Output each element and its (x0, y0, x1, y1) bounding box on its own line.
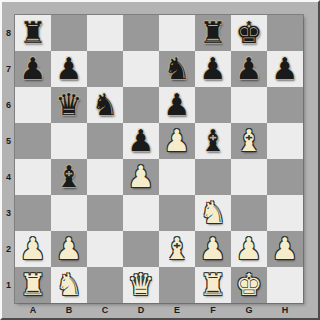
square-f7[interactable]: ♟ (195, 51, 231, 87)
file-label-c: C (87, 303, 123, 317)
square-f2[interactable]: ♟ (195, 231, 231, 267)
white-knight-piece[interactable]: ♞ (200, 195, 227, 231)
black-pawn-piece[interactable]: ♟ (164, 87, 191, 123)
square-d4[interactable]: ♟ (123, 159, 159, 195)
square-f3[interactable]: ♞ (195, 195, 231, 231)
rank-label-6: 6 (2, 87, 15, 123)
white-pawn-piece[interactable]: ♟ (236, 231, 263, 267)
square-f8[interactable]: ♜ (195, 15, 231, 51)
square-c8[interactable] (87, 15, 123, 51)
white-pawn-piece[interactable]: ♟ (200, 231, 227, 267)
black-bishop-piece[interactable]: ♝ (56, 159, 83, 195)
square-g6[interactable] (231, 87, 267, 123)
chess-board: ♜♜♚♟♟♞♟♟♟♛♞♟♟♟♝♝♝♟♞♟♟♝♟♟♟♜♞♛♜♚ (15, 15, 303, 303)
file-label-a: A (15, 303, 51, 317)
black-knight-piece[interactable]: ♞ (164, 51, 191, 87)
square-h7[interactable]: ♟ (267, 51, 303, 87)
square-a7[interactable]: ♟ (15, 51, 51, 87)
square-h5[interactable] (267, 123, 303, 159)
square-c5[interactable] (87, 123, 123, 159)
black-king-piece[interactable]: ♚ (236, 15, 263, 51)
square-e8[interactable] (159, 15, 195, 51)
square-d7[interactable] (123, 51, 159, 87)
square-a2[interactable]: ♟ (15, 231, 51, 267)
square-c3[interactable] (87, 195, 123, 231)
square-g2[interactable]: ♟ (231, 231, 267, 267)
square-g3[interactable] (231, 195, 267, 231)
rank-label-4: 4 (2, 159, 15, 195)
square-g8[interactable]: ♚ (231, 15, 267, 51)
white-rook-piece[interactable]: ♜ (200, 267, 227, 303)
square-d5[interactable]: ♟ (123, 123, 159, 159)
rank-label-5: 5 (2, 123, 15, 159)
white-pawn-piece[interactable]: ♟ (128, 159, 155, 195)
square-e4[interactable] (159, 159, 195, 195)
square-b7[interactable]: ♟ (51, 51, 87, 87)
square-d2[interactable] (123, 231, 159, 267)
square-f5[interactable]: ♝ (195, 123, 231, 159)
square-h3[interactable] (267, 195, 303, 231)
square-b1[interactable]: ♞ (51, 267, 87, 303)
square-h4[interactable] (267, 159, 303, 195)
square-b3[interactable] (51, 195, 87, 231)
black-pawn-piece[interactable]: ♟ (128, 123, 155, 159)
black-pawn-piece[interactable]: ♟ (200, 51, 227, 87)
rank-label-3: 3 (2, 195, 15, 231)
white-pawn-piece[interactable]: ♟ (272, 231, 299, 267)
square-h2[interactable]: ♟ (267, 231, 303, 267)
rank-label-7: 7 (2, 51, 15, 87)
rank-label-1: 1 (2, 267, 15, 303)
square-a1[interactable]: ♜ (15, 267, 51, 303)
square-d8[interactable] (123, 15, 159, 51)
square-f4[interactable] (195, 159, 231, 195)
white-rook-piece[interactable]: ♜ (20, 267, 47, 303)
square-a8[interactable]: ♜ (15, 15, 51, 51)
white-knight-piece[interactable]: ♞ (56, 267, 83, 303)
square-b5[interactable] (51, 123, 87, 159)
square-a4[interactable] (15, 159, 51, 195)
square-h6[interactable] (267, 87, 303, 123)
board-frame: ♜♜♚♟♟♞♟♟♟♛♞♟♟♟♝♝♝♟♞♟♟♝♟♟♟♜♞♛♜♚ 87654321 … (0, 0, 320, 320)
square-e2[interactable]: ♝ (159, 231, 195, 267)
square-h1[interactable] (267, 267, 303, 303)
square-c2[interactable] (87, 231, 123, 267)
square-e7[interactable]: ♞ (159, 51, 195, 87)
square-g4[interactable] (231, 159, 267, 195)
square-a6[interactable] (15, 87, 51, 123)
square-d1[interactable]: ♛ (123, 267, 159, 303)
white-pawn-piece[interactable]: ♟ (164, 123, 191, 159)
file-label-f: F (195, 303, 231, 317)
square-e5[interactable]: ♟ (159, 123, 195, 159)
square-c4[interactable] (87, 159, 123, 195)
square-a5[interactable] (15, 123, 51, 159)
black-pawn-piece[interactable]: ♟ (272, 51, 299, 87)
file-label-e: E (159, 303, 195, 317)
white-bishop-piece[interactable]: ♝ (164, 231, 191, 267)
black-knight-piece[interactable]: ♞ (92, 87, 119, 123)
square-b8[interactable] (51, 15, 87, 51)
white-queen-piece[interactable]: ♛ (128, 267, 155, 303)
black-bishop-piece[interactable]: ♝ (200, 123, 227, 159)
file-label-b: B (51, 303, 87, 317)
black-queen-piece[interactable]: ♛ (56, 87, 83, 123)
square-a3[interactable] (15, 195, 51, 231)
square-g7[interactable]: ♟ (231, 51, 267, 87)
file-label-d: D (123, 303, 159, 317)
square-e3[interactable] (159, 195, 195, 231)
black-pawn-piece[interactable]: ♟ (20, 51, 47, 87)
black-rook-piece[interactable]: ♜ (20, 15, 47, 51)
square-b4[interactable]: ♝ (51, 159, 87, 195)
white-pawn-piece[interactable]: ♟ (20, 231, 47, 267)
square-h8[interactable] (267, 15, 303, 51)
rank-label-8: 8 (2, 15, 15, 51)
square-d6[interactable] (123, 87, 159, 123)
file-label-g: G (231, 303, 267, 317)
square-g5[interactable]: ♝ (231, 123, 267, 159)
white-pawn-piece[interactable]: ♟ (56, 231, 83, 267)
white-king-piece[interactable]: ♚ (236, 267, 263, 303)
black-rook-piece[interactable]: ♜ (200, 15, 227, 51)
square-f1[interactable]: ♜ (195, 267, 231, 303)
square-g1[interactable]: ♚ (231, 267, 267, 303)
square-c7[interactable] (87, 51, 123, 87)
square-d3[interactable] (123, 195, 159, 231)
square-c1[interactable] (87, 267, 123, 303)
black-pawn-piece[interactable]: ♟ (236, 51, 263, 87)
square-b6[interactable]: ♛ (51, 87, 87, 123)
square-e1[interactable] (159, 267, 195, 303)
rank-label-2: 2 (2, 231, 15, 267)
black-pawn-piece[interactable]: ♟ (56, 51, 83, 87)
square-e6[interactable]: ♟ (159, 87, 195, 123)
white-bishop-piece[interactable]: ♝ (236, 123, 263, 159)
square-c6[interactable]: ♞ (87, 87, 123, 123)
file-label-h: H (267, 303, 303, 317)
square-f6[interactable] (195, 87, 231, 123)
square-b2[interactable]: ♟ (51, 231, 87, 267)
